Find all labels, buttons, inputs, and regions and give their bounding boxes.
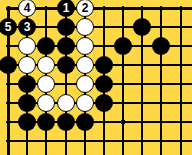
black-stone (57, 37, 75, 55)
move-number-label: 2 (82, 2, 89, 14)
black-stone (114, 37, 132, 55)
move-number-label: 4 (24, 2, 31, 14)
white-stone-move-2: 2 (76, 0, 94, 17)
black-stone (57, 56, 75, 74)
black-stone (37, 37, 55, 55)
white-stone (76, 56, 94, 74)
star-point (121, 120, 125, 124)
black-stone (18, 94, 36, 112)
grid-line-vertical-10 (180, 6, 182, 155)
black-stone (133, 18, 151, 36)
white-stone (37, 75, 55, 93)
black-stone (152, 37, 170, 55)
go-board[interactable]: 41253 (0, 0, 192, 155)
white-stone (37, 56, 55, 74)
black-stone-move-3: 3 (18, 18, 36, 36)
move-number-label: 3 (24, 21, 31, 33)
grid-line-vertical-9 (160, 6, 162, 155)
black-stone (57, 113, 75, 131)
white-stone (37, 94, 55, 112)
black-stone (95, 94, 113, 112)
white-stone (76, 37, 94, 55)
black-stone (18, 113, 36, 131)
white-stone (76, 75, 94, 93)
grid-line-vertical-7 (122, 6, 124, 155)
black-stone (37, 113, 55, 131)
black-stone-move-1: 1 (57, 0, 75, 17)
white-stone (18, 56, 36, 74)
white-stone (76, 18, 94, 36)
white-stone (18, 37, 36, 55)
grid-line-horizontal-8 (6, 140, 192, 142)
black-stone (57, 18, 75, 36)
white-stone-move-4: 4 (18, 0, 36, 17)
white-stone (57, 94, 75, 112)
move-number-label: 5 (5, 21, 12, 33)
black-stone (76, 113, 94, 131)
black-stone (18, 75, 36, 93)
black-stone (95, 75, 113, 93)
white-stone (76, 94, 94, 112)
move-number-label: 1 (63, 2, 70, 14)
black-stone (95, 56, 113, 74)
black-stone-move-5: 5 (0, 18, 17, 36)
black-stone (0, 56, 17, 74)
